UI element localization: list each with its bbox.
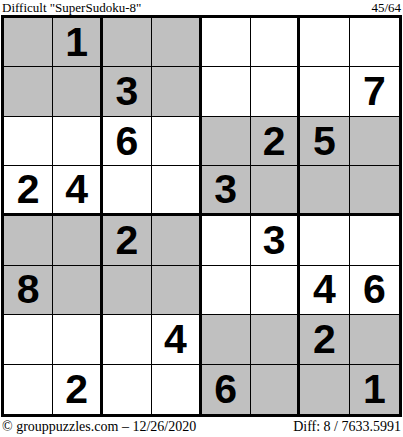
difficulty-text: Diff: 8 / 7633.5991 — [293, 419, 402, 435]
cell-r2c6[interactable] — [251, 67, 300, 116]
cell-r1c7[interactable] — [300, 18, 349, 67]
cell-r2c5[interactable] — [202, 67, 251, 116]
header-bar: Difficult "SuperSudoku-8" 45/64 — [0, 0, 403, 15]
cell-r2c1[interactable] — [4, 67, 53, 116]
cell-r6c5[interactable] — [202, 266, 251, 315]
footer-bar: © grouppuzzles.com – 12/26/2020 Diff: 8 … — [1, 419, 402, 436]
cell-r3c7[interactable]: 5 — [300, 117, 349, 166]
puzzle-title: Difficult "SuperSudoku-8" — [0, 1, 141, 15]
cell-r3c6[interactable]: 2 — [251, 117, 300, 166]
cell-r3c5[interactable] — [202, 117, 251, 166]
cell-r4c2[interactable]: 4 — [53, 166, 102, 216]
cell-r2c7[interactable] — [300, 67, 349, 116]
cell-r2c3[interactable]: 3 — [103, 67, 152, 116]
cell-r6c3[interactable] — [103, 266, 152, 315]
cell-r6c6[interactable] — [251, 266, 300, 315]
cell-r8c8[interactable]: 1 — [350, 365, 399, 414]
cell-r1c4[interactable] — [152, 18, 201, 67]
sudoku-board: 1376252432384642261 — [1, 15, 402, 417]
cell-r7c1[interactable] — [4, 315, 53, 364]
cell-r3c2[interactable] — [53, 117, 102, 166]
cell-r6c4[interactable] — [152, 266, 201, 315]
cell-r3c4[interactable] — [152, 117, 201, 166]
cell-r5c8[interactable] — [350, 216, 399, 265]
cell-r1c3[interactable] — [103, 18, 152, 67]
cell-r7c8[interactable] — [350, 315, 399, 364]
cell-r7c4[interactable]: 4 — [152, 315, 201, 364]
cell-r7c2[interactable] — [53, 315, 102, 364]
cell-r5c1[interactable] — [4, 216, 53, 265]
empty-cell-counter: 45/64 — [371, 1, 403, 15]
cell-r8c6[interactable] — [251, 365, 300, 414]
cell-r5c4[interactable] — [152, 216, 201, 265]
cell-r5c5[interactable] — [202, 216, 251, 265]
cell-r1c8[interactable] — [350, 18, 399, 67]
cell-r7c3[interactable] — [103, 315, 152, 364]
cell-r1c2[interactable]: 1 — [53, 18, 102, 67]
cell-r8c3[interactable] — [103, 365, 152, 414]
cell-r4c4[interactable] — [152, 166, 201, 216]
cell-r6c1[interactable]: 8 — [4, 266, 53, 315]
cell-r3c1[interactable] — [4, 117, 53, 166]
cell-r7c5[interactable] — [202, 315, 251, 364]
cell-r8c4[interactable] — [152, 365, 201, 414]
cell-r1c5[interactable] — [202, 18, 251, 67]
cell-r7c6[interactable] — [251, 315, 300, 364]
cell-r1c1[interactable] — [4, 18, 53, 67]
cell-r8c1[interactable] — [4, 365, 53, 414]
cell-r4c3[interactable] — [103, 166, 152, 216]
cell-r8c2[interactable]: 2 — [53, 365, 102, 414]
cell-r6c8[interactable]: 6 — [350, 266, 399, 315]
cell-r6c2[interactable] — [53, 266, 102, 315]
cell-r4c1[interactable]: 2 — [4, 166, 53, 216]
cell-r5c6[interactable]: 3 — [251, 216, 300, 265]
cell-r8c7[interactable] — [300, 365, 349, 414]
cell-r8c5[interactable]: 6 — [202, 365, 251, 414]
cell-r2c4[interactable] — [152, 67, 201, 116]
cell-r3c3[interactable]: 6 — [103, 117, 152, 166]
cell-r4c5[interactable]: 3 — [202, 166, 251, 216]
cell-r2c8[interactable]: 7 — [350, 67, 399, 116]
cell-r4c8[interactable] — [350, 166, 399, 216]
cell-r4c7[interactable] — [300, 166, 349, 216]
copyright-text: © grouppuzzles.com – 12/26/2020 — [1, 419, 196, 435]
cell-r3c8[interactable] — [350, 117, 399, 166]
cell-r6c7[interactable]: 4 — [300, 266, 349, 315]
cell-r5c2[interactable] — [53, 216, 102, 265]
cell-r2c2[interactable] — [53, 67, 102, 116]
cell-r4c6[interactable] — [251, 166, 300, 216]
cell-r1c6[interactable] — [251, 18, 300, 67]
cell-r5c3[interactable]: 2 — [103, 216, 152, 265]
cell-r5c7[interactable] — [300, 216, 349, 265]
cell-r7c7[interactable]: 2 — [300, 315, 349, 364]
